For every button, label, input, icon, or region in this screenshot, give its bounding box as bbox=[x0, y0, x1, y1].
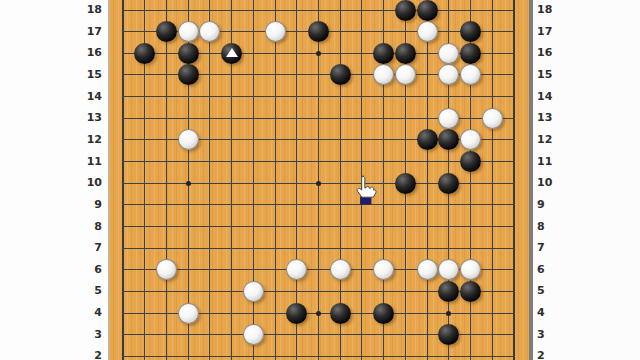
white-stone bbox=[330, 259, 351, 280]
row-label-4: 4 bbox=[0, 305, 102, 321]
white-stone bbox=[395, 64, 416, 85]
white-stone bbox=[460, 259, 481, 280]
last-move-triangle-marker bbox=[226, 48, 238, 57]
row-label-14: 14 bbox=[537, 89, 577, 105]
row-label-10: 10 bbox=[0, 175, 102, 191]
black-stone bbox=[330, 64, 351, 85]
row-label-4: 4 bbox=[537, 305, 577, 321]
row-label-8: 8 bbox=[537, 219, 577, 235]
white-stone bbox=[265, 21, 286, 42]
row-label-6: 6 bbox=[537, 262, 577, 278]
white-stone bbox=[482, 108, 503, 129]
white-stone bbox=[243, 281, 264, 302]
black-stone bbox=[460, 281, 481, 302]
grid-hline bbox=[122, 356, 515, 357]
black-stone bbox=[178, 43, 199, 64]
row-label-8: 8 bbox=[0, 219, 102, 235]
black-stone bbox=[156, 21, 177, 42]
row-label-10: 10 bbox=[537, 175, 577, 191]
row-label-18: 18 bbox=[0, 2, 102, 18]
row-label-18: 18 bbox=[537, 2, 577, 18]
go-application-window: 18171615141312111098765432 1817161514131… bbox=[0, 0, 640, 360]
row-label-17: 17 bbox=[0, 24, 102, 40]
row-label-9: 9 bbox=[537, 197, 577, 213]
star-point bbox=[316, 181, 321, 186]
white-stone bbox=[460, 64, 481, 85]
white-stone bbox=[438, 259, 459, 280]
black-stone bbox=[373, 43, 394, 64]
row-label-13: 13 bbox=[0, 110, 102, 126]
black-stone bbox=[178, 64, 199, 85]
black-stone bbox=[134, 43, 155, 64]
white-stone bbox=[438, 64, 459, 85]
grid-hline bbox=[122, 204, 515, 205]
white-stone bbox=[178, 129, 199, 150]
row-label-17: 17 bbox=[537, 24, 577, 40]
star-point bbox=[316, 311, 321, 316]
row-label-12: 12 bbox=[0, 132, 102, 148]
grid-hline bbox=[122, 10, 515, 11]
grid-vline bbox=[253, 0, 254, 360]
row-label-15: 15 bbox=[0, 67, 102, 83]
row-label-5: 5 bbox=[537, 283, 577, 299]
black-stone bbox=[330, 303, 351, 324]
white-stone bbox=[417, 21, 438, 42]
grid-vline bbox=[492, 0, 493, 360]
go-board[interactable] bbox=[108, 0, 529, 360]
grid-hline bbox=[122, 248, 515, 249]
row-label-12: 12 bbox=[537, 132, 577, 148]
row-label-7: 7 bbox=[537, 240, 577, 256]
grid-vline bbox=[275, 0, 276, 360]
white-stone bbox=[438, 43, 459, 64]
row-label-3: 3 bbox=[0, 327, 102, 343]
white-stone bbox=[373, 259, 394, 280]
row-label-9: 9 bbox=[0, 197, 102, 213]
black-stone bbox=[460, 43, 481, 64]
row-label-2: 2 bbox=[0, 348, 102, 360]
grid-hline bbox=[122, 161, 515, 162]
black-stone bbox=[286, 303, 307, 324]
white-stone bbox=[373, 64, 394, 85]
black-stone bbox=[460, 151, 481, 172]
white-stone bbox=[460, 129, 481, 150]
black-stone bbox=[395, 43, 416, 64]
grid-hline bbox=[122, 226, 515, 227]
white-stone bbox=[199, 21, 220, 42]
black-stone bbox=[417, 129, 438, 150]
row-label-13: 13 bbox=[537, 110, 577, 126]
row-label-16: 16 bbox=[537, 45, 577, 61]
black-stone bbox=[308, 21, 329, 42]
black-stone bbox=[373, 303, 394, 324]
row-label-15: 15 bbox=[537, 67, 577, 83]
right-coordinate-strip: 18171615141312111098765432 bbox=[533, 0, 640, 360]
row-label-7: 7 bbox=[0, 240, 102, 256]
white-stone bbox=[243, 324, 264, 345]
black-stone bbox=[460, 21, 481, 42]
row-label-3: 3 bbox=[537, 327, 577, 343]
grid-vline bbox=[166, 0, 167, 360]
black-stone bbox=[438, 281, 459, 302]
white-stone bbox=[178, 303, 199, 324]
hand-cursor-icon bbox=[354, 175, 380, 206]
grid-vline bbox=[513, 0, 515, 360]
black-stone bbox=[438, 324, 459, 345]
row-label-11: 11 bbox=[537, 154, 577, 170]
white-stone bbox=[417, 259, 438, 280]
white-stone bbox=[178, 21, 199, 42]
row-label-11: 11 bbox=[0, 154, 102, 170]
black-stone bbox=[438, 173, 459, 194]
star-point bbox=[316, 51, 321, 56]
grid-vline bbox=[209, 0, 210, 360]
black-stone bbox=[438, 129, 459, 150]
grid-hline bbox=[122, 96, 515, 97]
left-coordinate-strip: 18171615141312111098765432 bbox=[0, 0, 108, 360]
grid-vline bbox=[122, 0, 124, 360]
star-point bbox=[446, 311, 451, 316]
row-label-16: 16 bbox=[0, 45, 102, 61]
black-stone bbox=[395, 0, 416, 21]
row-label-5: 5 bbox=[0, 283, 102, 299]
white-stone bbox=[438, 108, 459, 129]
white-stone bbox=[286, 259, 307, 280]
grid-vline bbox=[427, 0, 428, 360]
row-label-14: 14 bbox=[0, 89, 102, 105]
star-point bbox=[186, 181, 191, 186]
row-label-6: 6 bbox=[0, 262, 102, 278]
black-stone bbox=[417, 0, 438, 21]
black-stone bbox=[395, 173, 416, 194]
white-stone bbox=[156, 259, 177, 280]
row-label-2: 2 bbox=[537, 348, 577, 360]
